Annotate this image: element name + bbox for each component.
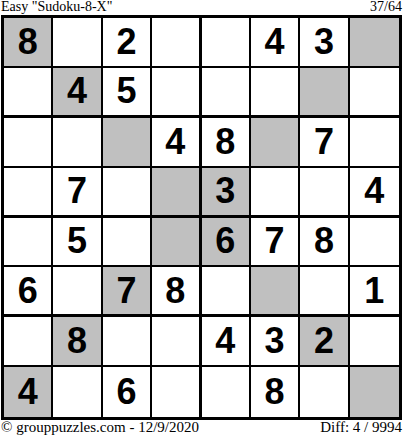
cell-r7c8[interactable] <box>350 317 399 367</box>
cell-r1c5[interactable] <box>202 18 251 68</box>
cell-r5c5[interactable]: 6 <box>202 218 251 268</box>
header: Easy "Sudoku-8-X" 37/64 <box>0 0 403 15</box>
cell-r2c4[interactable] <box>152 68 201 118</box>
cell-r1c6[interactable]: 4 <box>251 18 300 68</box>
cell-r8c1[interactable]: 4 <box>4 367 53 417</box>
cell-r2c6[interactable] <box>251 68 300 118</box>
cell-r7c3[interactable] <box>103 317 152 367</box>
cell-r3c1[interactable] <box>4 118 53 168</box>
cell-r7c2[interactable]: 8 <box>53 317 102 367</box>
cell-r6c7[interactable] <box>300 267 349 317</box>
cell-r5c8[interactable] <box>350 218 399 268</box>
cell-r5c4[interactable] <box>152 218 201 268</box>
cell-r8c5[interactable] <box>202 367 251 417</box>
cell-r7c6[interactable]: 3 <box>251 317 300 367</box>
cell-r3c5[interactable]: 8 <box>202 118 251 168</box>
cell-r4c4[interactable] <box>152 168 201 218</box>
cell-r3c3[interactable] <box>103 118 152 168</box>
cell-r8c4[interactable] <box>152 367 201 417</box>
cell-r3c4[interactable]: 4 <box>152 118 201 168</box>
cell-r1c2[interactable] <box>53 18 102 68</box>
cell-r3c8[interactable] <box>350 118 399 168</box>
cell-r3c6[interactable] <box>251 118 300 168</box>
cell-r4c7[interactable] <box>300 168 349 218</box>
cell-r1c3[interactable]: 2 <box>103 18 152 68</box>
cell-r3c7[interactable]: 7 <box>300 118 349 168</box>
puzzle-page: Easy "Sudoku-8-X" 37/64 8243454877345678… <box>0 0 403 437</box>
cell-r5c7[interactable]: 8 <box>300 218 349 268</box>
cell-r6c5[interactable] <box>202 267 251 317</box>
empty-cells-counter: 37/64 <box>370 0 402 14</box>
cell-r2c8[interactable] <box>350 68 399 118</box>
cell-r5c1[interactable] <box>4 218 53 268</box>
cell-r4c3[interactable] <box>103 168 152 218</box>
cell-r8c7[interactable] <box>300 367 349 417</box>
cell-r8c6[interactable]: 8 <box>251 367 300 417</box>
cell-r6c2[interactable] <box>53 267 102 317</box>
difficulty-label: Diff: 4 / 9994 <box>320 419 402 435</box>
cell-r1c8[interactable] <box>350 18 399 68</box>
cell-r4c1[interactable] <box>4 168 53 218</box>
cell-r5c2[interactable]: 5 <box>53 218 102 268</box>
cell-r1c7[interactable]: 3 <box>300 18 349 68</box>
cell-r6c4[interactable]: 8 <box>152 267 201 317</box>
cell-r6c3[interactable]: 7 <box>103 267 152 317</box>
cell-r4c2[interactable]: 7 <box>53 168 102 218</box>
cell-r8c3[interactable]: 6 <box>103 367 152 417</box>
cell-r5c3[interactable] <box>103 218 152 268</box>
cell-r7c5[interactable]: 4 <box>202 317 251 367</box>
cell-r7c4[interactable] <box>152 317 201 367</box>
cell-r6c6[interactable] <box>251 267 300 317</box>
copyright-credit: © grouppuzzles.com - 12/9/2020 <box>1 419 199 435</box>
cell-r4c5[interactable]: 3 <box>202 168 251 218</box>
cell-r7c1[interactable] <box>4 317 53 367</box>
cell-r2c1[interactable] <box>4 68 53 118</box>
cell-r4c8[interactable]: 4 <box>350 168 399 218</box>
cell-r6c8[interactable]: 1 <box>350 267 399 317</box>
cell-r2c2[interactable]: 4 <box>53 68 102 118</box>
cell-r2c3[interactable]: 5 <box>103 68 152 118</box>
cell-r3c2[interactable] <box>53 118 102 168</box>
cell-r1c4[interactable] <box>152 18 201 68</box>
puzzle-title: Easy "Sudoku-8-X" <box>1 0 112 14</box>
cell-r2c5[interactable] <box>202 68 251 118</box>
cell-r8c8[interactable] <box>350 367 399 417</box>
cell-r8c2[interactable] <box>53 367 102 417</box>
cell-r7c7[interactable]: 2 <box>300 317 349 367</box>
cell-r1c1[interactable]: 8 <box>4 18 53 68</box>
cell-r5c6[interactable]: 7 <box>251 218 300 268</box>
cell-r4c6[interactable] <box>251 168 300 218</box>
cell-r2c7[interactable] <box>300 68 349 118</box>
sudoku-board: 824345487734567867818432468 <box>1 15 402 420</box>
footer: © grouppuzzles.com - 12/9/2020 Diff: 4 /… <box>0 419 403 437</box>
cell-r6c1[interactable]: 6 <box>4 267 53 317</box>
